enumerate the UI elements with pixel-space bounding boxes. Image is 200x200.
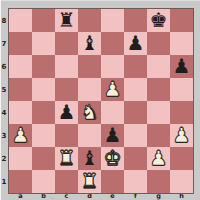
square-c2[interactable]: ♜ [55,147,78,170]
file-label-c: c [55,193,78,200]
rank-label-8: 8 [0,9,8,32]
square-g7[interactable] [147,32,170,55]
chess-board-panel: 87654321 abcdefgh ♜♚♝♟♟♟♟♞♟♟♟♜♝♚♟♜ [0,0,200,200]
piece-white-pawn-g2[interactable]: ♟ [147,147,170,170]
piece-black-bishop-d7[interactable]: ♝ [78,32,101,55]
square-f6[interactable] [124,55,147,78]
square-e4[interactable] [101,101,124,124]
square-a5[interactable] [9,78,32,101]
square-b3[interactable] [32,124,55,147]
file-label-e: e [101,193,124,200]
piece-white-pawn-a3[interactable]: ♟ [9,124,32,147]
piece-black-bishop-d2[interactable]: ♝ [78,147,101,170]
square-e3[interactable]: ♟ [101,124,124,147]
square-c1[interactable] [55,170,78,193]
square-c6[interactable] [55,55,78,78]
square-e2[interactable]: ♚ [101,147,124,170]
piece-black-pawn-h6[interactable]: ♟ [170,55,193,78]
square-b8[interactable] [32,9,55,32]
square-d4[interactable]: ♞ [78,101,101,124]
square-f7[interactable]: ♟ [124,32,147,55]
square-h2[interactable] [170,147,193,170]
square-g6[interactable] [147,55,170,78]
chess-board: ♜♚♝♟♟♟♟♞♟♟♟♜♝♚♟♜ [8,8,194,194]
rank-label-7: 7 [0,32,8,55]
square-g2[interactable]: ♟ [147,147,170,170]
rank-label-1: 1 [0,170,8,193]
piece-white-knight-d4[interactable]: ♞ [78,101,101,124]
square-d2[interactable]: ♝ [78,147,101,170]
square-d3[interactable] [78,124,101,147]
piece-white-rook-c2[interactable]: ♜ [55,147,78,170]
file-label-a: a [9,193,32,200]
square-g8[interactable]: ♚ [147,9,170,32]
piece-white-king-e2[interactable]: ♚ [101,147,124,170]
square-c3[interactable] [55,124,78,147]
file-label-h: h [170,193,193,200]
square-f8[interactable] [124,9,147,32]
square-a4[interactable] [9,101,32,124]
square-a3[interactable]: ♟ [9,124,32,147]
square-c8[interactable]: ♜ [55,9,78,32]
piece-white-pawn-e5[interactable]: ♟ [101,78,124,101]
rank-label-6: 6 [0,55,8,78]
square-b1[interactable] [32,170,55,193]
file-label-b: b [32,193,55,200]
file-label-f: f [124,193,147,200]
square-c5[interactable] [55,78,78,101]
square-f2[interactable] [124,147,147,170]
square-b5[interactable] [32,78,55,101]
square-h8[interactable] [170,9,193,32]
square-b6[interactable] [32,55,55,78]
rank-label-4: 4 [0,101,8,124]
square-a8[interactable] [9,9,32,32]
square-b2[interactable] [32,147,55,170]
square-h5[interactable] [170,78,193,101]
square-c7[interactable] [55,32,78,55]
square-g1[interactable] [147,170,170,193]
square-b4[interactable] [32,101,55,124]
square-d6[interactable] [78,55,101,78]
square-d7[interactable]: ♝ [78,32,101,55]
square-c4[interactable]: ♟ [55,101,78,124]
square-f4[interactable] [124,101,147,124]
rank-label-2: 2 [0,147,8,170]
square-g3[interactable] [147,124,170,147]
square-a1[interactable] [9,170,32,193]
square-f3[interactable] [124,124,147,147]
square-d5[interactable] [78,78,101,101]
piece-black-pawn-f7[interactable]: ♟ [124,32,147,55]
piece-black-king-g8[interactable]: ♚ [147,9,170,32]
file-label-g: g [147,193,170,200]
rank-labels: 87654321 [0,9,8,193]
piece-black-pawn-c4[interactable]: ♟ [55,101,78,124]
square-e5[interactable]: ♟ [101,78,124,101]
square-d1[interactable]: ♜ [78,170,101,193]
square-d8[interactable] [78,9,101,32]
square-f5[interactable] [124,78,147,101]
piece-white-rook-d1[interactable]: ♜ [78,170,101,193]
piece-white-pawn-h3[interactable]: ♟ [170,124,193,147]
square-f1[interactable] [124,170,147,193]
square-h3[interactable]: ♟ [170,124,193,147]
square-a2[interactable] [9,147,32,170]
file-labels: abcdefgh [9,193,193,200]
piece-black-pawn-e3[interactable]: ♟ [101,124,124,147]
square-a6[interactable] [9,55,32,78]
square-h6[interactable]: ♟ [170,55,193,78]
square-g5[interactable] [147,78,170,101]
file-label-d: d [78,193,101,200]
square-b7[interactable] [32,32,55,55]
square-e8[interactable] [101,9,124,32]
square-h7[interactable] [170,32,193,55]
square-a7[interactable] [9,32,32,55]
piece-black-rook-c8[interactable]: ♜ [55,9,78,32]
square-e7[interactable] [101,32,124,55]
rank-label-5: 5 [0,78,8,101]
square-e1[interactable] [101,170,124,193]
square-h4[interactable] [170,101,193,124]
square-e6[interactable] [101,55,124,78]
square-g4[interactable] [147,101,170,124]
rank-label-3: 3 [0,124,8,147]
square-h1[interactable] [170,170,193,193]
